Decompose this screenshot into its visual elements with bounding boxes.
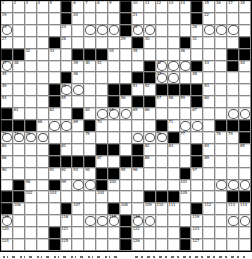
cell-r17c17[interactable] xyxy=(191,191,203,203)
cell-r10c2[interactable]: 61 xyxy=(13,108,25,120)
cell-r12c5[interactable] xyxy=(49,132,61,144)
cell-r18c4[interactable] xyxy=(37,203,49,215)
cell-r19c9[interactable] xyxy=(96,215,108,227)
cell-r3c10[interactable] xyxy=(108,25,120,37)
cell-r11c10[interactable] xyxy=(108,120,120,132)
cell-r20c20[interactable] xyxy=(227,227,239,239)
cell-r14c1[interactable]: 86 xyxy=(1,156,13,168)
cell-r10c10[interactable]: 64 xyxy=(108,108,120,120)
cell-r17c8[interactable] xyxy=(84,191,96,203)
cell-r21c20[interactable] xyxy=(227,239,239,251)
cell-r3c13[interactable] xyxy=(144,25,156,37)
cell-r9c1[interactable]: 54 xyxy=(1,96,13,108)
cell-r4c19[interactable] xyxy=(215,37,227,49)
cell-r7c15[interactable] xyxy=(168,72,180,84)
cell-r19c7[interactable] xyxy=(72,215,84,227)
cell-r17c10[interactable] xyxy=(108,191,120,203)
cell-r20c3[interactable] xyxy=(25,227,37,239)
cell-r9c9[interactable] xyxy=(96,96,108,108)
cell-r3c15[interactable] xyxy=(168,25,180,37)
cell-r9c11[interactable]: 56 xyxy=(120,96,132,108)
cell-r2c1[interactable]: 19 xyxy=(1,13,13,25)
cell-r5c15[interactable] xyxy=(168,49,180,61)
cell-r2c3[interactable] xyxy=(25,13,37,25)
cell-r6c9[interactable]: 41 xyxy=(96,61,108,73)
cell-r18c9[interactable] xyxy=(96,203,108,215)
cell-r20c19[interactable] xyxy=(215,227,227,239)
cell-r6c21[interactable]: 44 xyxy=(239,61,251,73)
cell-r14c4[interactable] xyxy=(37,156,49,168)
cell-r19c2[interactable] xyxy=(13,215,25,227)
cell-r18c2[interactable]: 106 xyxy=(13,203,25,215)
cell-r19c5[interactable] xyxy=(49,215,61,227)
cell-r2c16[interactable] xyxy=(180,13,192,25)
cell-r17c4[interactable] xyxy=(37,191,49,203)
cell-r11c5[interactable] xyxy=(49,120,61,132)
cell-r21c10[interactable] xyxy=(108,239,120,251)
cell-r9c18[interactable]: 60 xyxy=(203,96,215,108)
cell-r18c20[interactable]: 113 xyxy=(227,203,239,215)
cell-r20c21[interactable] xyxy=(239,227,251,239)
cell-r11c9[interactable]: 70 xyxy=(96,120,108,132)
cell-r17c16[interactable]: 105 xyxy=(180,191,192,203)
cell-r4c2[interactable] xyxy=(13,37,25,49)
cell-r15c19[interactable] xyxy=(215,168,227,180)
cell-r8c7[interactable] xyxy=(72,84,84,96)
cell-r8c9[interactable] xyxy=(96,84,108,96)
cell-r7c19[interactable] xyxy=(215,72,227,84)
cell-r6c2[interactable]: 38 xyxy=(13,61,25,73)
cell-r14c9[interactable]: 87 xyxy=(96,156,108,168)
cell-r12c11[interactable] xyxy=(120,132,132,144)
cell-r21c14[interactable] xyxy=(156,239,168,251)
cell-r3c6[interactable]: 24 xyxy=(61,25,73,37)
cell-r6c3[interactable] xyxy=(25,61,37,73)
cell-r4c13[interactable]: 30 xyxy=(144,37,156,49)
cell-r7c3[interactable] xyxy=(25,72,37,84)
cell-r10c19[interactable] xyxy=(215,108,227,120)
cell-r2c20[interactable] xyxy=(227,13,239,25)
cell-r21c18[interactable] xyxy=(203,239,215,251)
cell-r2c15[interactable] xyxy=(168,13,180,25)
cell-r18c19[interactable] xyxy=(215,203,227,215)
cell-r8c12[interactable]: 51 xyxy=(132,84,144,96)
cell-r4c18[interactable] xyxy=(203,37,215,49)
cell-r4c7[interactable] xyxy=(72,37,84,49)
cell-r20c4[interactable] xyxy=(37,227,49,239)
cell-r15c4[interactable] xyxy=(37,168,49,180)
cell-r14c20[interactable] xyxy=(227,156,239,168)
cell-r21c17[interactable]: 127 xyxy=(191,239,203,251)
cell-r19c16[interactable] xyxy=(180,215,192,227)
cell-r19c18[interactable] xyxy=(203,215,215,227)
cell-r16c14[interactable] xyxy=(156,180,168,192)
cell-r21c1[interactable]: 124 xyxy=(1,239,13,251)
cell-r1c20[interactable]: 17 xyxy=(227,1,239,13)
cell-r12c20[interactable]: 79 xyxy=(227,132,239,144)
cell-r21c3[interactable] xyxy=(25,239,37,251)
cell-r16c18[interactable] xyxy=(203,180,215,192)
cell-r19c10[interactable]: 117 xyxy=(108,215,120,227)
cell-r7c9[interactable] xyxy=(96,72,108,84)
cell-r15c20[interactable] xyxy=(227,168,239,180)
cell-r9c14[interactable]: 57 xyxy=(156,96,168,108)
cell-r10c13[interactable]: 66 xyxy=(144,108,156,120)
cell-r17c3[interactable]: 102 xyxy=(25,191,37,203)
cell-r16c10[interactable]: 100 xyxy=(108,180,120,192)
cell-r15c17[interactable]: 97 xyxy=(191,168,203,180)
cell-r3c17[interactable]: 26 xyxy=(191,25,203,37)
cell-r5c6[interactable] xyxy=(61,49,73,61)
cell-r19c13[interactable] xyxy=(144,215,156,227)
cell-r20c18[interactable] xyxy=(203,227,215,239)
cell-r11c12[interactable] xyxy=(132,120,144,132)
cell-r5c4[interactable] xyxy=(37,49,49,61)
cell-r9c21[interactable] xyxy=(239,96,251,108)
cell-r10c5[interactable]: 62 xyxy=(49,108,61,120)
cell-r21c13[interactable] xyxy=(144,239,156,251)
cell-r6c8[interactable]: 40 xyxy=(84,61,96,73)
cell-r20c7[interactable] xyxy=(72,227,84,239)
cell-r9c16[interactable]: 59 xyxy=(180,96,192,108)
cell-r20c15[interactable] xyxy=(168,227,180,239)
cell-r2c2[interactable] xyxy=(13,13,25,25)
cell-r5c10[interactable]: 34 xyxy=(108,49,120,61)
cell-r8c2[interactable] xyxy=(13,84,25,96)
cell-r14c15[interactable] xyxy=(168,156,180,168)
cell-r18c18[interactable]: 112 xyxy=(203,203,215,215)
cell-r5c18[interactable] xyxy=(203,49,215,61)
cell-r13c11[interactable] xyxy=(120,144,132,156)
cell-r16c19[interactable] xyxy=(215,180,227,192)
cell-r6c4[interactable] xyxy=(37,61,49,73)
cell-r5c16[interactable]: 36 xyxy=(180,49,192,61)
cell-r3c1[interactable]: 23 xyxy=(1,25,13,37)
cell-r2c7[interactable]: 20 xyxy=(72,13,84,25)
cell-r14c16[interactable] xyxy=(180,156,192,168)
cell-r1c21[interactable]: 18 xyxy=(239,1,251,13)
cell-r15c11[interactable]: 95 xyxy=(120,168,132,180)
cell-r2c9[interactable] xyxy=(96,13,108,25)
cell-r3c9[interactable] xyxy=(96,25,108,37)
cell-r13c7[interactable] xyxy=(72,144,84,156)
cell-r15c21[interactable] xyxy=(239,168,251,180)
cell-r14c14[interactable] xyxy=(156,156,168,168)
cell-r16c20[interactable] xyxy=(227,180,239,192)
cell-r13c15[interactable]: 83 xyxy=(168,144,180,156)
cell-r13c3[interactable] xyxy=(25,144,37,156)
cell-r15c5[interactable]: 91 xyxy=(49,168,61,180)
cell-r20c2[interactable] xyxy=(13,227,25,239)
cell-r2c21[interactable] xyxy=(239,13,251,25)
cell-r18c7[interactable]: 107 xyxy=(72,203,84,215)
cell-r11c17[interactable] xyxy=(191,120,203,132)
cell-r1c15[interactable]: 13 xyxy=(168,1,180,13)
cell-r11c13[interactable] xyxy=(144,120,156,132)
cell-r9c4[interactable] xyxy=(37,96,49,108)
cell-r20c10[interactable] xyxy=(108,227,120,239)
cell-r12c7[interactable] xyxy=(72,132,84,144)
cell-r3c4[interactable] xyxy=(37,25,49,37)
cell-r21c12[interactable]: 126 xyxy=(132,239,144,251)
cell-r15c3[interactable] xyxy=(25,168,37,180)
cell-r4c6[interactable]: 28 xyxy=(61,37,73,49)
cell-r16c21[interactable] xyxy=(239,180,251,192)
cell-r12c14[interactable]: 76 xyxy=(156,132,168,144)
cell-r21c7[interactable] xyxy=(72,239,84,251)
cell-r3c8[interactable] xyxy=(84,25,96,37)
cell-r3c18[interactable] xyxy=(203,25,215,37)
cell-r12c8[interactable]: 75 xyxy=(84,132,96,144)
cell-r18c16[interactable] xyxy=(180,203,192,215)
cell-r12c16[interactable]: 77 xyxy=(180,132,192,144)
cell-r6c11[interactable] xyxy=(120,61,132,73)
cell-r7c2[interactable] xyxy=(13,72,25,84)
cell-r13c19[interactable] xyxy=(215,144,227,156)
cell-r15c15[interactable] xyxy=(168,168,180,180)
cell-r4c8[interactable] xyxy=(84,37,96,49)
cell-r12c2[interactable]: 73 xyxy=(13,132,25,144)
cell-r17c9[interactable]: 104 xyxy=(96,191,108,203)
cell-r21c8[interactable] xyxy=(84,239,96,251)
cell-r16c11[interactable] xyxy=(120,180,132,192)
cell-r1c9[interactable]: 8 xyxy=(96,1,108,13)
cell-r7c21[interactable] xyxy=(239,72,251,84)
cell-r4c14[interactable] xyxy=(156,37,168,49)
cell-r17c6[interactable] xyxy=(61,191,73,203)
cell-r16c17[interactable] xyxy=(191,180,203,192)
cell-r12c3[interactable]: 74 xyxy=(25,132,37,144)
cell-r15c7[interactable]: 93 xyxy=(72,168,84,180)
cell-r10c21[interactable] xyxy=(239,108,251,120)
cell-r4c20[interactable] xyxy=(227,37,239,49)
cell-r14c19[interactable] xyxy=(215,156,227,168)
cell-r3c5[interactable] xyxy=(49,25,61,37)
cell-r14c18[interactable]: 89 xyxy=(203,156,215,168)
cell-r8c13[interactable]: 52 xyxy=(144,84,156,96)
cell-r7c8[interactable] xyxy=(84,72,96,84)
cell-r5c19[interactable] xyxy=(215,49,227,61)
cell-r3c12[interactable]: 25 xyxy=(132,25,144,37)
cell-r4c10[interactable] xyxy=(108,37,120,49)
cell-r19c8[interactable] xyxy=(84,215,96,227)
cell-r1c4[interactable]: 4 xyxy=(37,1,49,13)
cell-r1c19[interactable]: 16 xyxy=(215,1,227,13)
cell-r6c5[interactable] xyxy=(49,61,61,73)
cell-r19c21[interactable] xyxy=(239,215,251,227)
cell-r3c2[interactable] xyxy=(13,25,25,37)
cell-r12c17[interactable] xyxy=(191,132,203,144)
cell-r2c14[interactable] xyxy=(156,13,168,25)
cell-r16c13[interactable] xyxy=(144,180,156,192)
cell-r13c21[interactable]: 85 xyxy=(239,144,251,156)
cell-r18c21[interactable]: 114 xyxy=(239,203,251,215)
cell-r19c14[interactable] xyxy=(156,215,168,227)
cell-r13c18[interactable]: 84 xyxy=(203,144,215,156)
cell-r7c5[interactable] xyxy=(49,72,61,84)
cell-r3c21[interactable] xyxy=(239,25,251,37)
cell-r5c3[interactable]: 32 xyxy=(25,49,37,61)
cell-r7c10[interactable] xyxy=(108,72,120,84)
cell-r7c7[interactable]: 46 xyxy=(72,72,84,84)
cell-r11c11[interactable] xyxy=(120,120,132,132)
cell-r17c19[interactable] xyxy=(215,191,227,203)
cell-r5c12[interactable]: 35 xyxy=(132,49,144,61)
cell-r5c17[interactable] xyxy=(191,49,203,61)
cell-r15c1[interactable]: 90 xyxy=(1,168,13,180)
cell-r16c12[interactable] xyxy=(132,180,144,192)
cell-r13c8[interactable] xyxy=(84,144,96,156)
cell-r10c12[interactable]: 65 xyxy=(132,108,144,120)
cell-r2c13[interactable] xyxy=(144,13,156,25)
cell-r8c20[interactable] xyxy=(227,84,239,96)
cell-r12c9[interactable] xyxy=(96,132,108,144)
cell-r3c7[interactable] xyxy=(72,25,84,37)
cell-r14c10[interactable] xyxy=(108,156,120,168)
cell-r13c14[interactable] xyxy=(156,144,168,156)
cell-r5c13[interactable] xyxy=(144,49,156,61)
cell-r8c4[interactable] xyxy=(37,84,49,96)
cell-r18c14[interactable]: 110 xyxy=(156,203,168,215)
cell-r12c4[interactable] xyxy=(37,132,49,144)
cell-r7c11[interactable] xyxy=(120,72,132,84)
cell-r14c3[interactable] xyxy=(25,156,37,168)
cell-r13c16[interactable] xyxy=(180,144,192,156)
cell-r15c13[interactable] xyxy=(144,168,156,180)
cell-r2c10[interactable] xyxy=(108,13,120,25)
cell-r1c2[interactable]: 2 xyxy=(13,1,25,13)
cell-r1c16[interactable]: 14 xyxy=(180,1,192,13)
cell-r10c11[interactable] xyxy=(120,108,132,120)
cell-r10c3[interactable] xyxy=(25,108,37,120)
cell-r10c20[interactable] xyxy=(227,108,239,120)
cell-r19c4[interactable] xyxy=(37,215,49,227)
cell-r11c6[interactable] xyxy=(61,120,73,132)
cell-r9c6[interactable]: 55 xyxy=(61,96,73,108)
cell-r18c3[interactable] xyxy=(25,203,37,215)
cell-r4c3[interactable] xyxy=(25,37,37,49)
cell-r19c15[interactable] xyxy=(168,215,180,227)
cell-r8c3[interactable] xyxy=(25,84,37,96)
cell-r12c10[interactable] xyxy=(108,132,120,144)
cell-r11c18[interactable] xyxy=(203,120,215,132)
cell-r9c19[interactable] xyxy=(215,96,227,108)
cell-r13c4[interactable] xyxy=(37,144,49,156)
cell-r16c7[interactable] xyxy=(72,180,84,192)
cell-r6c10[interactable] xyxy=(108,61,120,73)
cell-r6c6[interactable] xyxy=(61,61,73,73)
cell-r1c14[interactable]: 12 xyxy=(156,1,168,13)
cell-r10c14[interactable] xyxy=(156,108,168,120)
cell-r15c18[interactable] xyxy=(203,168,215,180)
cell-r16c6[interactable]: 99 xyxy=(61,180,73,192)
cell-r15c8[interactable]: 94 xyxy=(84,168,96,180)
cell-r21c9[interactable] xyxy=(96,239,108,251)
cell-r6c18[interactable]: 43 xyxy=(203,61,215,73)
cell-r2c12[interactable]: 21 xyxy=(132,13,144,25)
cell-r9c3[interactable] xyxy=(25,96,37,108)
cell-r19c3[interactable] xyxy=(25,215,37,227)
cell-r9c20[interactable] xyxy=(227,96,239,108)
cell-r7c4[interactable] xyxy=(37,72,49,84)
cell-r20c13[interactable] xyxy=(144,227,156,239)
cell-r3c19[interactable] xyxy=(215,25,227,37)
cell-r19c20[interactable] xyxy=(227,215,239,227)
cell-r15c6[interactable]: 92 xyxy=(61,168,73,180)
cell-r17c12[interactable] xyxy=(132,191,144,203)
cell-r21c4[interactable] xyxy=(37,239,49,251)
cell-r5c11[interactable] xyxy=(120,49,132,61)
cell-r18c11[interactable]: 108 xyxy=(120,203,132,215)
cell-r16c8[interactable] xyxy=(84,180,96,192)
cell-r5c14[interactable] xyxy=(156,49,168,61)
cell-r21c15[interactable] xyxy=(168,239,180,251)
cell-r2c4[interactable] xyxy=(37,13,49,25)
cell-r14c13[interactable]: 88 xyxy=(144,156,156,168)
cell-r13c20[interactable] xyxy=(227,144,239,156)
cell-r15c14[interactable] xyxy=(156,168,168,180)
cell-r20c9[interactable] xyxy=(96,227,108,239)
cell-r4c4[interactable] xyxy=(37,37,49,49)
cell-r10c6[interactable] xyxy=(61,108,73,120)
cell-r10c18[interactable] xyxy=(203,108,215,120)
cell-r1c5[interactable]: 5 xyxy=(49,1,61,13)
cell-r13c1[interactable]: 80 xyxy=(1,144,13,156)
cell-r18c13[interactable]: 109 xyxy=(144,203,156,215)
cell-r21c21[interactable] xyxy=(239,239,251,251)
cell-r9c7[interactable] xyxy=(72,96,84,108)
cell-r19c19[interactable] xyxy=(215,215,227,227)
cell-r14c2[interactable] xyxy=(13,156,25,168)
cell-r1c10[interactable]: 9 xyxy=(108,1,120,13)
cell-r12c12[interactable] xyxy=(132,132,144,144)
cell-r6c19[interactable] xyxy=(215,61,227,73)
cell-r10c8[interactable]: 63 xyxy=(84,108,96,120)
cell-r14c21[interactable] xyxy=(239,156,251,168)
cell-r6c15[interactable] xyxy=(168,61,180,73)
cell-r16c15[interactable] xyxy=(168,180,180,192)
cell-r7c14[interactable]: 47 xyxy=(156,72,168,84)
cell-r13c6[interactable]: 81 xyxy=(61,144,73,156)
cell-r3c14[interactable] xyxy=(156,25,168,37)
cell-r1c3[interactable]: 3 xyxy=(25,1,37,13)
cell-r21c19[interactable] xyxy=(215,239,227,251)
cell-r18c5[interactable] xyxy=(49,203,61,215)
cell-r8c21[interactable] xyxy=(239,84,251,96)
cell-r12c19[interactable]: 78 xyxy=(215,132,227,144)
cell-r10c16[interactable] xyxy=(180,108,192,120)
cell-r4c9[interactable] xyxy=(96,37,108,49)
cell-r11c4[interactable]: 68 xyxy=(37,120,49,132)
cell-r4c11[interactable]: 29 xyxy=(120,37,132,49)
cell-r3c3[interactable] xyxy=(25,25,37,37)
cell-r4c17[interactable]: 31 xyxy=(191,37,203,49)
cell-r16c4[interactable] xyxy=(37,180,49,192)
cell-r11c15[interactable]: 71 xyxy=(168,120,180,132)
cell-r7c16[interactable] xyxy=(180,72,192,84)
cell-r21c6[interactable]: 125 xyxy=(61,239,73,251)
cell-r15c2[interactable] xyxy=(13,168,25,180)
cell-r21c2[interactable] xyxy=(13,239,25,251)
cell-r18c8[interactable] xyxy=(84,203,96,215)
cell-r6c12[interactable] xyxy=(132,61,144,73)
cell-r20c8[interactable] xyxy=(84,227,96,239)
cell-r7c17[interactable]: 48 xyxy=(191,72,203,84)
cell-r2c18[interactable]: 22 xyxy=(203,13,215,25)
cell-r9c15[interactable]: 58 xyxy=(168,96,180,108)
cell-r15c12[interactable]: 96 xyxy=(132,168,144,180)
cell-r4c15[interactable] xyxy=(168,37,180,49)
